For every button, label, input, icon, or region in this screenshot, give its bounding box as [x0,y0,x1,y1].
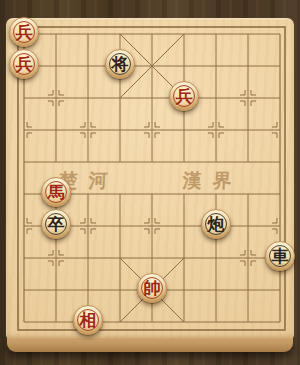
xiangqi-screen: 楚河 漢界 兵兵将兵馬卒炮車帥相 [0,0,300,365]
piece-black-chariot[interactable]: 車 [265,241,295,271]
piece-red-elephant[interactable]: 相 [73,305,103,335]
piece-ring [13,21,35,43]
piece-ring [77,309,99,331]
piece-ring [13,53,35,75]
piece-ring [45,181,67,203]
piece-ring [109,53,131,75]
piece-red-horse[interactable]: 馬 [41,177,71,207]
piece-red-soldier[interactable]: 兵 [9,17,39,47]
piece-red-general[interactable]: 帥 [137,273,167,303]
piece-ring [173,85,195,107]
piece-red-soldier[interactable]: 兵 [169,81,199,111]
piece-grid: 兵兵将兵馬卒炮車帥相 [8,18,296,338]
piece-ring [141,277,163,299]
piece-ring [205,213,227,235]
piece-black-general[interactable]: 将 [105,49,135,79]
piece-black-cannon[interactable]: 炮 [201,209,231,239]
piece-black-soldier[interactable]: 卒 [41,209,71,239]
piece-ring [269,245,291,267]
piece-red-soldier[interactable]: 兵 [9,49,39,79]
piece-ring [45,213,67,235]
